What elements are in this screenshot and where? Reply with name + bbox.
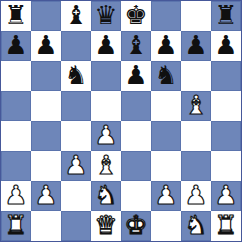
white-pawn-piece[interactable]: ♟ <box>94 122 117 148</box>
square-b8[interactable] <box>31 1 61 31</box>
black-knight-piece[interactable]: ♞ <box>64 62 87 88</box>
white-pawn-piece[interactable]: ♟ <box>184 182 207 208</box>
square-f5[interactable] <box>151 91 181 121</box>
square-a8[interactable]: ♜ <box>1 1 31 31</box>
square-d5[interactable] <box>91 91 121 121</box>
square-a2[interactable]: ♟ <box>1 181 31 211</box>
square-g6[interactable] <box>181 61 211 91</box>
square-h4[interactable] <box>211 121 241 151</box>
square-g3[interactable] <box>181 151 211 181</box>
square-b5[interactable] <box>31 91 61 121</box>
square-e6[interactable]: ♟ <box>121 61 151 91</box>
black-pawn-piece[interactable]: ♟ <box>94 32 117 58</box>
square-c3[interactable]: ♟ <box>61 151 91 181</box>
square-d4[interactable]: ♟ <box>91 121 121 151</box>
square-g4[interactable] <box>181 121 211 151</box>
square-g7[interactable]: ♟ <box>181 31 211 61</box>
white-rook-piece[interactable]: ♜ <box>214 212 237 238</box>
square-f3[interactable] <box>151 151 181 181</box>
black-bishop-piece[interactable]: ♝ <box>64 2 87 28</box>
square-g5[interactable]: ♝ <box>181 91 211 121</box>
square-e4[interactable] <box>121 121 151 151</box>
square-h6[interactable] <box>211 61 241 91</box>
square-c5[interactable] <box>61 91 91 121</box>
square-e1[interactable]: ♚ <box>121 211 151 241</box>
white-queen-piece[interactable]: ♛ <box>94 212 117 238</box>
square-h3[interactable] <box>211 151 241 181</box>
white-knight-piece[interactable]: ♞ <box>94 182 117 208</box>
black-pawn-piece[interactable]: ♟ <box>34 32 57 58</box>
white-pawn-piece[interactable]: ♟ <box>34 182 57 208</box>
square-a7[interactable]: ♟ <box>1 31 31 61</box>
square-f1[interactable] <box>151 211 181 241</box>
black-rook-piece[interactable]: ♜ <box>4 2 27 28</box>
square-b4[interactable] <box>31 121 61 151</box>
square-g1[interactable]: ♞ <box>181 211 211 241</box>
square-h5[interactable] <box>211 91 241 121</box>
square-c4[interactable] <box>61 121 91 151</box>
square-c8[interactable]: ♝ <box>61 1 91 31</box>
square-d7[interactable]: ♟ <box>91 31 121 61</box>
white-rook-piece[interactable]: ♜ <box>4 212 27 238</box>
square-d2[interactable]: ♞ <box>91 181 121 211</box>
square-c1[interactable] <box>61 211 91 241</box>
chess-board: ♜♝♛♚♜♟♟♟♝♟♟♟♞♟♞♝♟♟♝♟♟♞♟♟♟♜♛♚♞♜ <box>0 0 242 242</box>
white-knight-piece[interactable]: ♞ <box>184 212 207 238</box>
black-pawn-piece[interactable]: ♟ <box>154 32 177 58</box>
square-c2[interactable] <box>61 181 91 211</box>
white-bishop-piece[interactable]: ♝ <box>184 92 207 118</box>
square-h1[interactable]: ♜ <box>211 211 241 241</box>
black-queen-piece[interactable]: ♛ <box>94 2 117 28</box>
square-b7[interactable]: ♟ <box>31 31 61 61</box>
square-b1[interactable] <box>31 211 61 241</box>
black-rook-piece[interactable]: ♜ <box>214 2 237 28</box>
square-h2[interactable]: ♟ <box>211 181 241 211</box>
square-e3[interactable] <box>121 151 151 181</box>
square-d1[interactable]: ♛ <box>91 211 121 241</box>
white-pawn-piece[interactable]: ♟ <box>154 182 177 208</box>
square-h8[interactable]: ♜ <box>211 1 241 31</box>
square-e2[interactable] <box>121 181 151 211</box>
black-king-piece[interactable]: ♚ <box>124 2 147 28</box>
square-e8[interactable]: ♚ <box>121 1 151 31</box>
square-d8[interactable]: ♛ <box>91 1 121 31</box>
black-knight-piece[interactable]: ♞ <box>154 62 177 88</box>
square-b2[interactable]: ♟ <box>31 181 61 211</box>
black-bishop-piece[interactable]: ♝ <box>124 32 147 58</box>
square-f6[interactable]: ♞ <box>151 61 181 91</box>
square-f2[interactable]: ♟ <box>151 181 181 211</box>
black-pawn-piece[interactable]: ♟ <box>4 32 27 58</box>
square-d3[interactable]: ♝ <box>91 151 121 181</box>
square-g8[interactable] <box>181 1 211 31</box>
square-g2[interactable]: ♟ <box>181 181 211 211</box>
square-d6[interactable] <box>91 61 121 91</box>
square-c6[interactable]: ♞ <box>61 61 91 91</box>
black-pawn-piece[interactable]: ♟ <box>184 32 207 58</box>
square-e7[interactable]: ♝ <box>121 31 151 61</box>
square-h7[interactable]: ♟ <box>211 31 241 61</box>
square-f8[interactable] <box>151 1 181 31</box>
black-pawn-piece[interactable]: ♟ <box>214 32 237 58</box>
black-pawn-piece[interactable]: ♟ <box>124 62 147 88</box>
square-b6[interactable] <box>31 61 61 91</box>
white-pawn-piece[interactable]: ♟ <box>64 152 87 178</box>
square-f4[interactable] <box>151 121 181 151</box>
white-bishop-piece[interactable]: ♝ <box>94 152 117 178</box>
white-pawn-piece[interactable]: ♟ <box>214 182 237 208</box>
square-f7[interactable]: ♟ <box>151 31 181 61</box>
square-b3[interactable] <box>31 151 61 181</box>
square-a4[interactable] <box>1 121 31 151</box>
white-pawn-piece[interactable]: ♟ <box>4 182 27 208</box>
square-a1[interactable]: ♜ <box>1 211 31 241</box>
square-a6[interactable] <box>1 61 31 91</box>
white-king-piece[interactable]: ♚ <box>124 212 147 238</box>
square-c7[interactable] <box>61 31 91 61</box>
square-a3[interactable] <box>1 151 31 181</box>
square-a5[interactable] <box>1 91 31 121</box>
square-e5[interactable] <box>121 91 151 121</box>
